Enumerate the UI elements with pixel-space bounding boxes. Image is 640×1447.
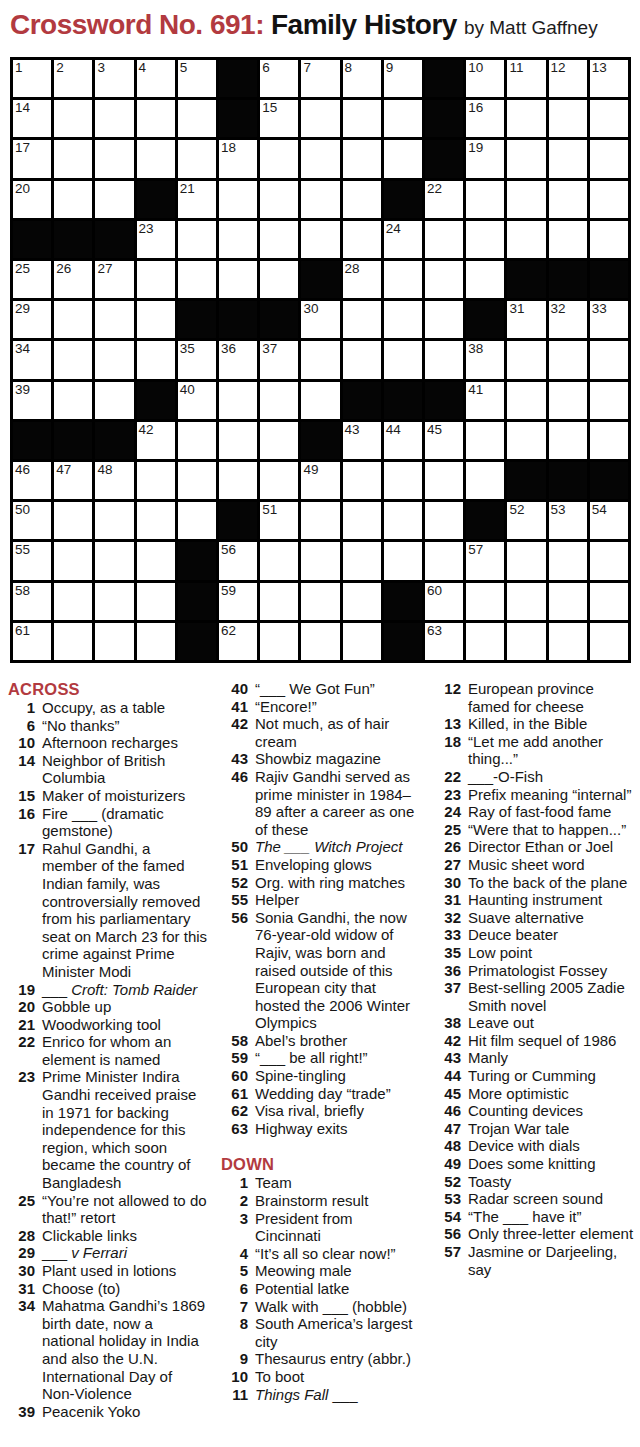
grid-cell[interactable] <box>384 301 422 338</box>
grid-cell[interactable] <box>95 502 133 539</box>
clue-text: “No thanks” <box>42 717 208 735</box>
grid-cell[interactable]: 41 <box>466 382 504 419</box>
grid-cell[interactable] <box>466 181 504 218</box>
grid-cell[interactable] <box>301 140 339 177</box>
across-clue-34: 34Mahatma Gandhi’s 1869 birth date, now … <box>8 1297 208 1403</box>
down-clue-27: 27Music sheet word <box>434 856 634 874</box>
grid-cell[interactable]: 34 <box>13 341 51 378</box>
clue-column-1: ACROSS 1Occupy, as a table6“No thanks”10… <box>8 680 208 1420</box>
grid-cell[interactable] <box>590 583 628 620</box>
clue-number: 60 <box>221 1067 255 1085</box>
grid-cell[interactable] <box>54 341 92 378</box>
grid-cell[interactable] <box>95 382 133 419</box>
grid-cell[interactable] <box>343 341 381 378</box>
clue-number: 30 <box>434 874 468 892</box>
down-clue-56: 56Only three-letter element <box>434 1225 634 1243</box>
grid-cell[interactable] <box>549 422 587 459</box>
grid-cell[interactable] <box>260 422 298 459</box>
grid-cell[interactable] <box>137 623 175 660</box>
clue-text: Director Ethan or Joel <box>468 838 634 856</box>
grid-cell[interactable] <box>343 181 381 218</box>
clue-text: Visa rival, briefly <box>255 1102 421 1120</box>
down-clue-26: 26Director Ethan or Joel <box>434 838 634 856</box>
clue-text: Device with dials <box>468 1137 634 1155</box>
grid-cell[interactable] <box>466 462 504 499</box>
grid-cell[interactable] <box>343 583 381 620</box>
grid-cell[interactable] <box>549 623 587 660</box>
clue-text: Neighbor of British Columbia <box>42 752 208 787</box>
grid-cell[interactable] <box>466 583 504 620</box>
cell-number: 48 <box>97 462 112 477</box>
down-clue-3: 3President from Cincinnati <box>221 1210 421 1245</box>
grid-cell[interactable] <box>466 422 504 459</box>
clue-number: 24 <box>434 803 468 821</box>
clue-text: “Were that to happen...” <box>468 821 634 839</box>
grid-cell[interactable] <box>507 341 545 378</box>
crossword-grid[interactable]: 1234567891011121314151617181920212223242… <box>10 57 631 663</box>
grid-cell[interactable] <box>343 502 381 539</box>
grid-cell[interactable]: 48 <box>95 462 133 499</box>
cell-number: 22 <box>427 181 442 196</box>
down-clue-2: 2Brainstorm result <box>221 1192 421 1210</box>
grid-cell[interactable]: 46 <box>13 462 51 499</box>
grid-cell[interactable] <box>507 422 545 459</box>
down-clue-23: 23Prefix meaning “internal” <box>434 786 634 804</box>
page-title: Crossword No. 691:Family Historyby Matt … <box>10 9 598 41</box>
clue-text: The ___ Witch Project <box>255 838 421 856</box>
grid-cell-black <box>425 140 463 177</box>
grid-cell[interactable]: 35 <box>178 341 216 378</box>
cell-number: 31 <box>509 301 524 316</box>
clue-number: 34 <box>8 1297 42 1403</box>
grid-cell[interactable]: 55 <box>13 542 51 579</box>
grid-cell[interactable]: 5 <box>178 60 216 97</box>
grid-cell-black <box>13 221 51 258</box>
grid-cell[interactable]: 47 <box>54 462 92 499</box>
grid-cell[interactable] <box>54 382 92 419</box>
grid-cell[interactable]: 3 <box>95 60 133 97</box>
down-clue-43: 43Manly <box>434 1049 634 1067</box>
grid-cell-black <box>425 382 463 419</box>
grid-cell[interactable]: 53 <box>549 502 587 539</box>
grid-cell[interactable] <box>507 140 545 177</box>
clue-number: 49 <box>434 1155 468 1173</box>
grid-cell[interactable] <box>507 181 545 218</box>
clue-number: 27 <box>434 856 468 874</box>
grid-cell[interactable]: 23 <box>137 221 175 258</box>
grid-cell[interactable] <box>425 221 463 258</box>
grid-cell[interactable]: 39 <box>13 382 51 419</box>
clue-number: 58 <box>221 1032 255 1050</box>
grid-cell[interactable] <box>549 382 587 419</box>
grid-cell[interactable]: 6 <box>260 60 298 97</box>
cell-number: 11 <box>509 60 523 75</box>
grid-cell[interactable] <box>260 261 298 298</box>
grid-cell[interactable] <box>590 100 628 137</box>
grid-cell[interactable] <box>384 261 422 298</box>
across-header: ACROSS <box>8 680 208 699</box>
grid-cell[interactable] <box>343 221 381 258</box>
grid-cell[interactable]: 24 <box>384 221 422 258</box>
grid-cell[interactable] <box>466 623 504 660</box>
grid-cell[interactable]: 2 <box>54 60 92 97</box>
across-clue-21: 21Woodworking tool <box>8 1016 208 1034</box>
grid-cell[interactable]: 32 <box>549 301 587 338</box>
grid-cell[interactable] <box>549 100 587 137</box>
grid-cell[interactable] <box>219 382 257 419</box>
clue-text: Occupy, as a table <box>42 699 208 717</box>
clue-number: 52 <box>434 1173 468 1191</box>
cell-number: 19 <box>468 140 483 155</box>
grid-cell[interactable] <box>260 181 298 218</box>
grid-cell[interactable] <box>507 382 545 419</box>
grid-cell[interactable] <box>95 301 133 338</box>
grid-cell[interactable] <box>137 261 175 298</box>
grid-cell[interactable] <box>219 462 257 499</box>
clue-text: Leave out <box>468 1014 634 1032</box>
grid-cell[interactable] <box>95 542 133 579</box>
grid-cell[interactable]: 62 <box>219 623 257 660</box>
grid-cell[interactable] <box>95 100 133 137</box>
grid-cell[interactable] <box>95 583 133 620</box>
grid-cell[interactable] <box>466 261 504 298</box>
grid-cell[interactable] <box>54 301 92 338</box>
grid-cell[interactable]: 25 <box>13 261 51 298</box>
grid-cell[interactable] <box>219 422 257 459</box>
clue-number: 14 <box>8 752 42 787</box>
across-clue-43: 43Showbiz magazine <box>221 750 421 768</box>
grid-cell[interactable] <box>54 140 92 177</box>
grid-cell[interactable]: 58 <box>13 583 51 620</box>
down-clue-44: 44Turing or Cumming <box>434 1067 634 1085</box>
across-clue-19: 19___ Croft: Tomb Raider <box>8 981 208 999</box>
clue-text: Killed, in the Bible <box>468 715 634 733</box>
across-clue-59: 59“___ be all right!” <box>221 1049 421 1067</box>
clue-number: 50 <box>221 838 255 856</box>
across-clue-28: 28Clickable links <box>8 1227 208 1245</box>
grid-cell[interactable] <box>54 542 92 579</box>
grid-cell[interactable]: 8 <box>343 60 381 97</box>
grid-cell[interactable]: 9 <box>384 60 422 97</box>
grid-cell[interactable]: 19 <box>466 140 504 177</box>
grid-cell[interactable] <box>343 301 381 338</box>
grid-cell[interactable]: 60 <box>425 583 463 620</box>
across-clue-29: 29___ v Ferrari <box>8 1244 208 1262</box>
grid-cell[interactable] <box>54 502 92 539</box>
grid-cell[interactable]: 29 <box>13 301 51 338</box>
grid-cell[interactable]: 22 <box>425 181 463 218</box>
grid-cell[interactable] <box>260 583 298 620</box>
grid-cell[interactable]: 18 <box>219 140 257 177</box>
cell-number: 28 <box>345 261 360 276</box>
clue-number: 57 <box>434 1243 468 1278</box>
grid-cell[interactable] <box>343 623 381 660</box>
clue-text: Plant used in lotions <box>42 1262 208 1280</box>
grid-cell[interactable]: 54 <box>590 502 628 539</box>
grid-cell[interactable] <box>260 221 298 258</box>
across-clue-60: 60Spine-tingling <box>221 1067 421 1085</box>
grid-cell[interactable] <box>384 502 422 539</box>
clue-text: Abel’s brother <box>255 1032 421 1050</box>
grid-cell[interactable] <box>260 462 298 499</box>
grid-cell[interactable] <box>301 583 339 620</box>
grid-cell[interactable] <box>507 542 545 579</box>
grid-cell[interactable] <box>260 623 298 660</box>
grid-cell[interactable] <box>384 100 422 137</box>
grid-cell[interactable] <box>95 623 133 660</box>
grid-cell[interactable] <box>137 341 175 378</box>
grid-cell[interactable] <box>219 181 257 218</box>
grid-cell[interactable] <box>384 140 422 177</box>
grid-cell[interactable] <box>343 542 381 579</box>
grid-cell-black <box>260 301 298 338</box>
grid-cell[interactable]: 21 <box>178 181 216 218</box>
grid-cell[interactable] <box>343 462 381 499</box>
clue-number: 3 <box>221 1210 255 1245</box>
grid-cell[interactable] <box>549 221 587 258</box>
grid-cell[interactable] <box>137 542 175 579</box>
across-clue-46: 46Rajiv Gandhi served as prime minister … <box>221 768 421 838</box>
grid-cell[interactable] <box>549 181 587 218</box>
grid-cell[interactable] <box>178 502 216 539</box>
grid-cell[interactable] <box>301 502 339 539</box>
clue-number: 51 <box>221 856 255 874</box>
grid-cell[interactable] <box>549 542 587 579</box>
grid-cell[interactable] <box>219 221 257 258</box>
grid-cell[interactable] <box>260 542 298 579</box>
clue-number: 31 <box>8 1280 42 1298</box>
cell-number: 3 <box>97 60 105 75</box>
grid-cell[interactable] <box>384 542 422 579</box>
grid-cell[interactable] <box>384 462 422 499</box>
clue-text: Enveloping glows <box>255 856 421 874</box>
grid-cell[interactable] <box>54 583 92 620</box>
clue-number: 52 <box>221 874 255 892</box>
grid-cell[interactable] <box>590 221 628 258</box>
clue-text: “Encore!” <box>255 698 421 716</box>
cell-number: 29 <box>15 301 30 316</box>
grid-cell[interactable]: 28 <box>343 261 381 298</box>
grid-cell-black <box>301 422 339 459</box>
grid-cell[interactable] <box>301 382 339 419</box>
cell-number: 27 <box>97 261 112 276</box>
grid-cell[interactable] <box>507 583 545 620</box>
clue-number: 13 <box>434 715 468 733</box>
grid-cell[interactable]: 7 <box>301 60 339 97</box>
clue-number: 28 <box>8 1227 42 1245</box>
grid-cell-black <box>425 100 463 137</box>
cell-number: 2 <box>56 60 64 75</box>
clue-text: Primatologist Fossey <box>468 962 634 980</box>
grid-cell[interactable]: 14 <box>13 100 51 137</box>
grid-cell[interactable] <box>301 100 339 137</box>
cell-number: 62 <box>221 623 236 638</box>
grid-cell[interactable] <box>590 382 628 419</box>
down-clue-8: 8South America’s largest city <box>221 1315 421 1350</box>
grid-cell[interactable]: 12 <box>549 60 587 97</box>
down-clue-9: 9Thesaurus entry (abbr.) <box>221 1350 421 1368</box>
clue-number: 23 <box>434 786 468 804</box>
grid-cell[interactable] <box>343 140 381 177</box>
across-clue-63: 63Highway exits <box>221 1120 421 1138</box>
grid-cell[interactable] <box>507 221 545 258</box>
grid-cell[interactable]: 51 <box>260 502 298 539</box>
clue-text: “The ___ have it” <box>468 1208 634 1226</box>
clue-text: Gobble up <box>42 998 208 1016</box>
grid-cell[interactable] <box>301 542 339 579</box>
grid-cell[interactable] <box>178 261 216 298</box>
down-clue-37: 37Best-selling 2005 Zadie Smith novel <box>434 979 634 1014</box>
grid-cell[interactable] <box>590 623 628 660</box>
cell-number: 45 <box>427 422 442 437</box>
clue-number: 18 <box>434 733 468 768</box>
across-clue-17: 17Rahul Gandhi, a member of the famed In… <box>8 840 208 981</box>
grid-cell-black <box>384 181 422 218</box>
clue-text: Peacenik Yoko <box>42 1403 208 1421</box>
grid-cell[interactable]: 59 <box>219 583 257 620</box>
grid-cell[interactable] <box>178 100 216 137</box>
grid-cell[interactable] <box>549 140 587 177</box>
grid-cell[interactable] <box>425 261 463 298</box>
grid-cell[interactable]: 56 <box>219 542 257 579</box>
grid-cell[interactable]: 44 <box>384 422 422 459</box>
grid-cell[interactable] <box>425 301 463 338</box>
grid-cell[interactable]: 30 <box>301 301 339 338</box>
down-clue-11: 11Things Fall ___ <box>221 1386 421 1404</box>
grid-cell[interactable]: 52 <box>507 502 545 539</box>
grid-cell[interactable]: 61 <box>13 623 51 660</box>
grid-cell[interactable] <box>384 341 422 378</box>
grid-cell[interactable]: 4 <box>137 60 175 97</box>
down-clue-45: 45More optimistic <box>434 1085 634 1103</box>
clue-number: 16 <box>8 805 42 840</box>
across-clue-10: 10Afternoon recharges <box>8 734 208 752</box>
down-clue-12: 12European province famed for cheese <box>434 680 634 715</box>
grid-cell[interactable] <box>137 583 175 620</box>
grid-cell[interactable]: 10 <box>466 60 504 97</box>
grid-cell[interactable] <box>590 181 628 218</box>
grid-cell[interactable]: 13 <box>590 60 628 97</box>
grid-cell[interactable] <box>343 100 381 137</box>
grid-cell-black <box>219 502 257 539</box>
grid-cell[interactable]: 36 <box>219 341 257 378</box>
grid-cell[interactable]: 43 <box>343 422 381 459</box>
grid-cell[interactable] <box>507 623 545 660</box>
clue-number: 59 <box>221 1049 255 1067</box>
grid-cell[interactable] <box>137 140 175 177</box>
grid-cell[interactable]: 49 <box>301 462 339 499</box>
grid-cell[interactable] <box>425 542 463 579</box>
clue-text: Woodworking tool <box>42 1016 208 1034</box>
grid-cell[interactable] <box>95 181 133 218</box>
grid-cell[interactable] <box>260 382 298 419</box>
grid-cell[interactable] <box>425 341 463 378</box>
grid-cell[interactable] <box>95 341 133 378</box>
grid-cell[interactable]: 63 <box>425 623 463 660</box>
grid-cell[interactable]: 38 <box>466 341 504 378</box>
grid-cell[interactable] <box>425 502 463 539</box>
grid-cell[interactable] <box>54 623 92 660</box>
grid-cell[interactable] <box>178 221 216 258</box>
grid-cell[interactable]: 16 <box>466 100 504 137</box>
grid-cell[interactable] <box>219 261 257 298</box>
across-clue-20: 20Gobble up <box>8 998 208 1016</box>
grid-cell[interactable] <box>590 542 628 579</box>
down-clue-52: 52Toasty <box>434 1173 634 1191</box>
grid-cell[interactable] <box>178 140 216 177</box>
grid-cell[interactable] <box>507 100 545 137</box>
grid-cell[interactable] <box>301 623 339 660</box>
clue-number: 26 <box>434 838 468 856</box>
across-clue-51: 51Enveloping glows <box>221 856 421 874</box>
grid-cell[interactable]: 11 <box>507 60 545 97</box>
clue-number: 10 <box>221 1368 255 1386</box>
down-clue-35: 35Low point <box>434 944 634 962</box>
cell-number: 57 <box>468 542 483 557</box>
cell-number: 21 <box>180 181 195 196</box>
grid-cell[interactable]: 27 <box>95 261 133 298</box>
grid-cell[interactable]: 33 <box>590 301 628 338</box>
cell-number: 6 <box>262 60 270 75</box>
grid-cell[interactable] <box>549 583 587 620</box>
grid-cell-black <box>343 382 381 419</box>
grid-cell[interactable]: 31 <box>507 301 545 338</box>
grid-cell[interactable] <box>301 181 339 218</box>
grid-cell[interactable] <box>178 462 216 499</box>
grid-cell[interactable]: 57 <box>466 542 504 579</box>
grid-cell[interactable]: 40 <box>178 382 216 419</box>
grid-cell[interactable] <box>301 221 339 258</box>
grid-cell[interactable] <box>590 422 628 459</box>
cell-number: 40 <box>180 382 195 397</box>
grid-cell[interactable] <box>54 181 92 218</box>
cell-number: 49 <box>303 462 318 477</box>
grid-cell[interactable] <box>137 301 175 338</box>
down-clue-4: 4“It’s all so clear now!” <box>221 1245 421 1263</box>
grid-cell[interactable]: 1 <box>13 60 51 97</box>
grid-cell[interactable] <box>137 502 175 539</box>
grid-cell[interactable]: 42 <box>137 422 175 459</box>
grid-cell[interactable]: 37 <box>260 341 298 378</box>
clue-number: 6 <box>8 717 42 735</box>
clue-text: Mahatma Gandhi’s 1869 birth date, now a … <box>42 1297 208 1403</box>
grid-cell-black <box>590 462 628 499</box>
grid-cell[interactable] <box>549 341 587 378</box>
clue-column-2: 40“___ We Got Fun”41“Encore!”42Not much,… <box>221 680 421 1420</box>
grid-cell[interactable] <box>301 341 339 378</box>
clue-number: 33 <box>434 926 468 944</box>
grid-cell[interactable]: 26 <box>54 261 92 298</box>
grid-cell[interactable] <box>54 100 92 137</box>
grid-cell[interactable] <box>425 462 463 499</box>
grid-cell[interactable]: 50 <box>13 502 51 539</box>
grid-cell[interactable] <box>466 221 504 258</box>
grid-cell[interactable]: 17 <box>13 140 51 177</box>
grid-cell[interactable]: 45 <box>425 422 463 459</box>
grid-cell[interactable] <box>590 140 628 177</box>
clue-text: Rajiv Gandhi served as prime minister in… <box>255 768 421 838</box>
down-header: DOWN <box>221 1155 421 1174</box>
grid-cell[interactable]: 20 <box>13 181 51 218</box>
grid-cell[interactable] <box>137 100 175 137</box>
grid-cell[interactable] <box>137 462 175 499</box>
grid-cell[interactable] <box>95 140 133 177</box>
grid-cell[interactable] <box>260 140 298 177</box>
cell-number: 44 <box>386 422 401 437</box>
grid-cell[interactable]: 15 <box>260 100 298 137</box>
grid-cell[interactable] <box>178 422 216 459</box>
grid-cell[interactable] <box>590 341 628 378</box>
